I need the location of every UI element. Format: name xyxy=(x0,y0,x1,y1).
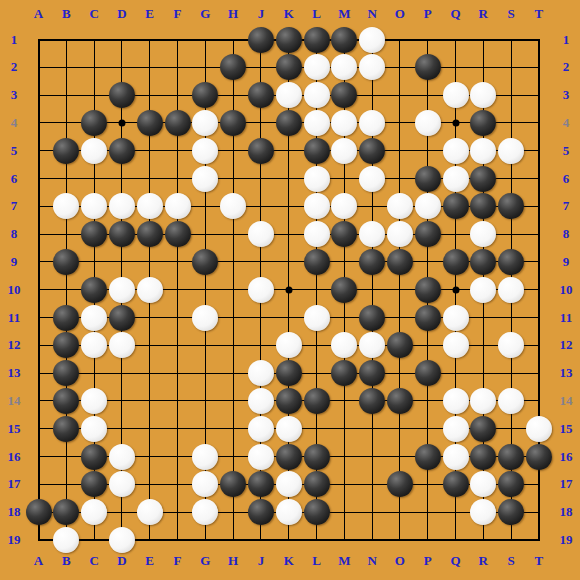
white-stone-C15[interactable] xyxy=(81,416,107,442)
white-stone-E7[interactable] xyxy=(137,193,163,219)
column-label-bottom: K xyxy=(284,553,294,569)
white-stone-D19[interactable] xyxy=(109,527,135,553)
white-stone-M12[interactable] xyxy=(331,332,357,358)
black-stone-J18[interactable] xyxy=(248,499,274,525)
black-stone-F4[interactable] xyxy=(165,110,191,136)
row-label-right: 3 xyxy=(563,87,570,103)
white-stone-K12[interactable] xyxy=(276,332,302,358)
column-label-top: L xyxy=(312,6,321,22)
black-stone-S18[interactable] xyxy=(498,499,524,525)
black-stone-J17[interactable] xyxy=(248,471,274,497)
column-label-top: B xyxy=(62,6,71,22)
black-stone-L14[interactable] xyxy=(304,388,330,414)
white-stone-L6[interactable] xyxy=(304,166,330,192)
row-label-left: 16 xyxy=(8,449,21,465)
row-label-right: 7 xyxy=(563,198,570,214)
row-label-left: 12 xyxy=(8,337,21,353)
white-stone-D7[interactable] xyxy=(109,193,135,219)
black-stone-B5[interactable] xyxy=(53,138,79,164)
column-label-top: D xyxy=(117,6,126,22)
white-stone-O7[interactable] xyxy=(387,193,413,219)
white-stone-Q16[interactable] xyxy=(443,444,469,470)
black-stone-K1[interactable] xyxy=(276,27,302,53)
black-stone-D8[interactable] xyxy=(109,221,135,247)
white-stone-G16[interactable] xyxy=(192,444,218,470)
white-stone-N1[interactable] xyxy=(359,27,385,53)
column-label-bottom: C xyxy=(89,553,98,569)
go-board[interactable]: AABBCCDDEEFFGGHHJJKKLLMMNNOOPPQQRRSSTT11… xyxy=(0,0,580,580)
white-stone-G6[interactable] xyxy=(192,166,218,192)
white-stone-N4[interactable] xyxy=(359,110,385,136)
black-stone-M8[interactable] xyxy=(331,221,357,247)
white-stone-R18[interactable] xyxy=(470,499,496,525)
column-label-bottom: P xyxy=(424,553,432,569)
black-stone-K4[interactable] xyxy=(276,110,302,136)
column-label-bottom: F xyxy=(174,553,182,569)
column-label-top: C xyxy=(89,6,98,22)
row-label-right: 17 xyxy=(560,476,573,492)
column-label-bottom: Q xyxy=(450,553,460,569)
black-stone-Q17[interactable] xyxy=(443,471,469,497)
black-stone-P11[interactable] xyxy=(415,305,441,331)
row-label-right: 5 xyxy=(563,143,570,159)
white-stone-M5[interactable] xyxy=(331,138,357,164)
column-label-bottom: O xyxy=(395,553,405,569)
white-stone-K18[interactable] xyxy=(276,499,302,525)
black-stone-S17[interactable] xyxy=(498,471,524,497)
white-stone-R5[interactable] xyxy=(470,138,496,164)
black-stone-B14[interactable] xyxy=(53,388,79,414)
column-label-top: E xyxy=(145,6,154,22)
row-label-right: 12 xyxy=(560,337,573,353)
black-stone-L1[interactable] xyxy=(304,27,330,53)
black-stone-J1[interactable] xyxy=(248,27,274,53)
white-stone-R8[interactable] xyxy=(470,221,496,247)
black-stone-R15[interactable] xyxy=(470,416,496,442)
white-stone-P7[interactable] xyxy=(415,193,441,219)
row-label-left: 7 xyxy=(11,198,18,214)
row-label-right: 8 xyxy=(563,226,570,242)
column-label-top: M xyxy=(338,6,350,22)
black-stone-P6[interactable] xyxy=(415,166,441,192)
black-stone-B15[interactable] xyxy=(53,416,79,442)
row-label-left: 18 xyxy=(8,504,21,520)
white-stone-L7[interactable] xyxy=(304,193,330,219)
black-stone-H17[interactable] xyxy=(220,471,246,497)
white-stone-M4[interactable] xyxy=(331,110,357,136)
white-stone-M7[interactable] xyxy=(331,193,357,219)
black-stone-D11[interactable] xyxy=(109,305,135,331)
grid-line-vertical xyxy=(399,39,400,541)
white-stone-N2[interactable] xyxy=(359,54,385,80)
row-label-right: 10 xyxy=(560,282,573,298)
white-stone-E10[interactable] xyxy=(137,277,163,303)
black-stone-G3[interactable] xyxy=(192,82,218,108)
black-stone-B13[interactable] xyxy=(53,360,79,386)
row-label-left: 3 xyxy=(11,87,18,103)
black-stone-R4[interactable] xyxy=(470,110,496,136)
column-label-top: G xyxy=(200,6,210,22)
black-stone-M13[interactable] xyxy=(331,360,357,386)
black-stone-E4[interactable] xyxy=(137,110,163,136)
white-stone-G17[interactable] xyxy=(192,471,218,497)
black-stone-T16[interactable] xyxy=(526,444,552,470)
black-stone-M1[interactable] xyxy=(331,27,357,53)
row-label-left: 5 xyxy=(11,143,18,159)
black-stone-C8[interactable] xyxy=(81,221,107,247)
row-label-right: 4 xyxy=(563,115,570,131)
black-stone-H2[interactable] xyxy=(220,54,246,80)
white-stone-R3[interactable] xyxy=(470,82,496,108)
black-stone-A18[interactable] xyxy=(26,499,52,525)
black-stone-C16[interactable] xyxy=(81,444,107,470)
black-stone-P13[interactable] xyxy=(415,360,441,386)
white-stone-Q11[interactable] xyxy=(443,305,469,331)
black-stone-H4[interactable] xyxy=(220,110,246,136)
black-stone-D5[interactable] xyxy=(109,138,135,164)
black-stone-C10[interactable] xyxy=(81,277,107,303)
black-stone-J5[interactable] xyxy=(248,138,274,164)
black-stone-N5[interactable] xyxy=(359,138,385,164)
black-stone-K16[interactable] xyxy=(276,444,302,470)
white-stone-K17[interactable] xyxy=(276,471,302,497)
row-label-left: 15 xyxy=(8,421,21,437)
white-stone-Q14[interactable] xyxy=(443,388,469,414)
row-label-left: 11 xyxy=(8,310,20,326)
white-stone-G5[interactable] xyxy=(192,138,218,164)
row-label-left: 6 xyxy=(11,171,18,187)
white-stone-C18[interactable] xyxy=(81,499,107,525)
black-stone-M10[interactable] xyxy=(331,277,357,303)
black-stone-O14[interactable] xyxy=(387,388,413,414)
white-stone-Q6[interactable] xyxy=(443,166,469,192)
column-label-bottom: R xyxy=(479,553,488,569)
row-label-left: 17 xyxy=(8,476,21,492)
white-stone-S5[interactable] xyxy=(498,138,524,164)
black-stone-B9[interactable] xyxy=(53,249,79,275)
black-stone-R6[interactable] xyxy=(470,166,496,192)
column-label-top: A xyxy=(34,6,43,22)
black-stone-B18[interactable] xyxy=(53,499,79,525)
column-label-top: T xyxy=(535,6,544,22)
row-label-left: 14 xyxy=(8,393,21,409)
hoshi-point-Q4 xyxy=(452,119,459,126)
column-label-bottom: N xyxy=(367,553,376,569)
black-stone-L18[interactable] xyxy=(304,499,330,525)
column-label-top: P xyxy=(424,6,432,22)
black-stone-O12[interactable] xyxy=(387,332,413,358)
black-stone-G9[interactable] xyxy=(192,249,218,275)
column-label-top: H xyxy=(228,6,238,22)
black-stone-L5[interactable] xyxy=(304,138,330,164)
black-stone-S7[interactable] xyxy=(498,193,524,219)
row-label-right: 16 xyxy=(560,449,573,465)
white-stone-J13[interactable] xyxy=(248,360,274,386)
column-label-top: Q xyxy=(450,6,460,22)
hoshi-point-Q10 xyxy=(452,286,459,293)
row-label-right: 9 xyxy=(563,254,570,270)
white-stone-J15[interactable] xyxy=(248,416,274,442)
column-label-top: J xyxy=(258,6,265,22)
black-stone-R7[interactable] xyxy=(470,193,496,219)
white-stone-S10[interactable] xyxy=(498,277,524,303)
white-stone-O8[interactable] xyxy=(387,221,413,247)
black-stone-K2[interactable] xyxy=(276,54,302,80)
white-stone-N8[interactable] xyxy=(359,221,385,247)
white-stone-E18[interactable] xyxy=(137,499,163,525)
white-stone-D10[interactable] xyxy=(109,277,135,303)
black-stone-B12[interactable] xyxy=(53,332,79,358)
white-stone-Q15[interactable] xyxy=(443,416,469,442)
white-stone-L3[interactable] xyxy=(304,82,330,108)
black-stone-F8[interactable] xyxy=(165,221,191,247)
white-stone-H7[interactable] xyxy=(220,193,246,219)
black-stone-E8[interactable] xyxy=(137,221,163,247)
white-stone-J14[interactable] xyxy=(248,388,274,414)
white-stone-Q3[interactable] xyxy=(443,82,469,108)
white-stone-C7[interactable] xyxy=(81,193,107,219)
black-stone-J3[interactable] xyxy=(248,82,274,108)
white-stone-R10[interactable] xyxy=(470,277,496,303)
black-stone-L9[interactable] xyxy=(304,249,330,275)
black-stone-S9[interactable] xyxy=(498,249,524,275)
black-stone-R9[interactable] xyxy=(470,249,496,275)
white-stone-C12[interactable] xyxy=(81,332,107,358)
row-label-right: 13 xyxy=(560,365,573,381)
white-stone-R17[interactable] xyxy=(470,471,496,497)
column-label-bottom: H xyxy=(228,553,238,569)
row-label-right: 15 xyxy=(560,421,573,437)
row-label-right: 14 xyxy=(560,393,573,409)
white-stone-S12[interactable] xyxy=(498,332,524,358)
column-label-bottom: E xyxy=(145,553,154,569)
white-stone-G11[interactable] xyxy=(192,305,218,331)
row-label-right: 2 xyxy=(563,59,570,75)
row-label-left: 1 xyxy=(11,32,18,48)
white-stone-Q5[interactable] xyxy=(443,138,469,164)
black-stone-P16[interactable] xyxy=(415,444,441,470)
column-label-top: F xyxy=(174,6,182,22)
white-stone-M2[interactable] xyxy=(331,54,357,80)
black-stone-Q7[interactable] xyxy=(443,193,469,219)
black-stone-L16[interactable] xyxy=(304,444,330,470)
column-label-bottom: D xyxy=(117,553,126,569)
white-stone-J10[interactable] xyxy=(248,277,274,303)
black-stone-C4[interactable] xyxy=(81,110,107,136)
white-stone-G18[interactable] xyxy=(192,499,218,525)
hoshi-point-D4 xyxy=(118,119,125,126)
white-stone-B19[interactable] xyxy=(53,527,79,553)
white-stone-R14[interactable] xyxy=(470,388,496,414)
black-stone-L17[interactable] xyxy=(304,471,330,497)
column-label-bottom: M xyxy=(338,553,350,569)
row-label-right: 11 xyxy=(560,310,572,326)
white-stone-P4[interactable] xyxy=(415,110,441,136)
black-stone-C17[interactable] xyxy=(81,471,107,497)
white-stone-Q12[interactable] xyxy=(443,332,469,358)
column-label-top: N xyxy=(367,6,376,22)
black-stone-O17[interactable] xyxy=(387,471,413,497)
row-label-left: 9 xyxy=(11,254,18,270)
white-stone-K15[interactable] xyxy=(276,416,302,442)
black-stone-B11[interactable] xyxy=(53,305,79,331)
column-label-top: S xyxy=(507,6,514,22)
white-stone-F7[interactable] xyxy=(165,193,191,219)
black-stone-R16[interactable] xyxy=(470,444,496,470)
white-stone-K3[interactable] xyxy=(276,82,302,108)
column-label-bottom: S xyxy=(507,553,514,569)
black-stone-O9[interactable] xyxy=(387,249,413,275)
white-stone-J16[interactable] xyxy=(248,444,274,470)
column-label-bottom: A xyxy=(34,553,43,569)
white-stone-C14[interactable] xyxy=(81,388,107,414)
column-label-bottom: G xyxy=(200,553,210,569)
column-label-top: K xyxy=(284,6,294,22)
black-stone-N13[interactable] xyxy=(359,360,385,386)
white-stone-L11[interactable] xyxy=(304,305,330,331)
row-label-left: 19 xyxy=(8,532,21,548)
white-stone-C5[interactable] xyxy=(81,138,107,164)
black-stone-S16[interactable] xyxy=(498,444,524,470)
white-stone-D12[interactable] xyxy=(109,332,135,358)
row-label-right: 18 xyxy=(560,504,573,520)
white-stone-L2[interactable] xyxy=(304,54,330,80)
column-label-bottom: L xyxy=(312,553,321,569)
black-stone-D3[interactable] xyxy=(109,82,135,108)
row-label-right: 1 xyxy=(563,32,570,48)
white-stone-S14[interactable] xyxy=(498,388,524,414)
column-label-bottom: J xyxy=(258,553,265,569)
row-label-left: 10 xyxy=(8,282,21,298)
hoshi-point-K10 xyxy=(285,286,292,293)
row-label-left: 8 xyxy=(11,226,18,242)
black-stone-N9[interactable] xyxy=(359,249,385,275)
column-label-bottom: B xyxy=(62,553,71,569)
white-stone-C11[interactable] xyxy=(81,305,107,331)
row-label-left: 13 xyxy=(8,365,21,381)
row-label-right: 6 xyxy=(563,171,570,187)
black-stone-Q9[interactable] xyxy=(443,249,469,275)
black-stone-M3[interactable] xyxy=(331,82,357,108)
white-stone-L4[interactable] xyxy=(304,110,330,136)
black-stone-K14[interactable] xyxy=(276,388,302,414)
white-stone-T15[interactable] xyxy=(526,416,552,442)
black-stone-N11[interactable] xyxy=(359,305,385,331)
white-stone-D16[interactable] xyxy=(109,444,135,470)
black-stone-K13[interactable] xyxy=(276,360,302,386)
column-label-bottom: T xyxy=(535,553,544,569)
row-label-right: 19 xyxy=(560,532,573,548)
white-stone-B7[interactable] xyxy=(53,193,79,219)
white-stone-N12[interactable] xyxy=(359,332,385,358)
column-label-top: O xyxy=(395,6,405,22)
black-stone-N14[interactable] xyxy=(359,388,385,414)
column-label-top: R xyxy=(479,6,488,22)
white-stone-J8[interactable] xyxy=(248,221,274,247)
white-stone-G4[interactable] xyxy=(192,110,218,136)
row-label-left: 4 xyxy=(11,115,18,131)
black-stone-P2[interactable] xyxy=(415,54,441,80)
white-stone-N6[interactable] xyxy=(359,166,385,192)
white-stone-L8[interactable] xyxy=(304,221,330,247)
row-label-left: 2 xyxy=(11,59,18,75)
black-stone-P10[interactable] xyxy=(415,277,441,303)
black-stone-P8[interactable] xyxy=(415,221,441,247)
white-stone-D17[interactable] xyxy=(109,471,135,497)
